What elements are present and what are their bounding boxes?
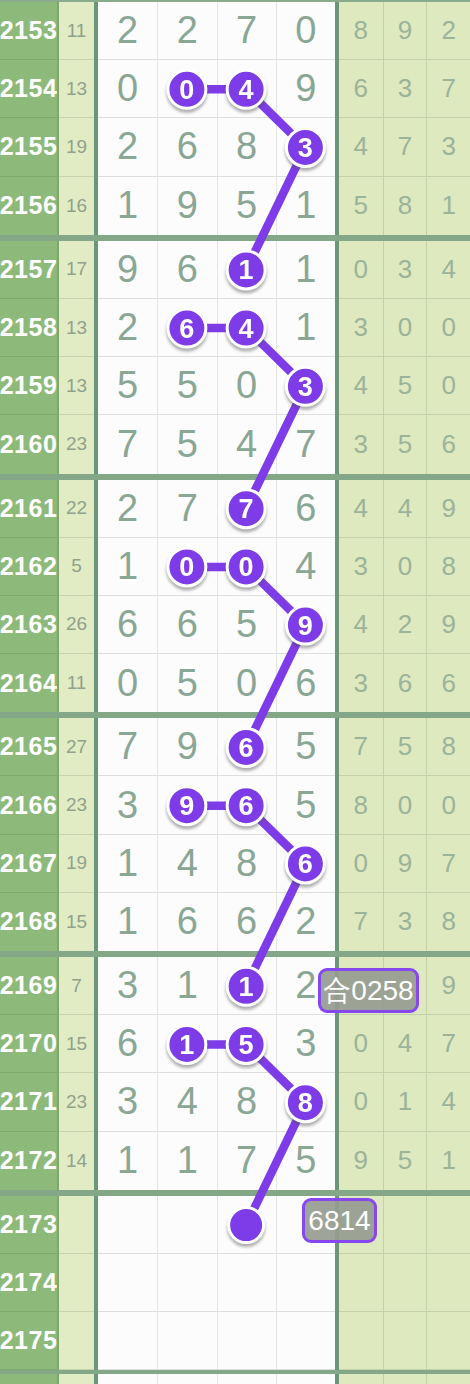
trend-chart: 2153112270892215413004963721551926834732…: [0, 0, 470, 1384]
sum-cell: 15: [59, 893, 94, 951]
right-digit-cell: 3: [383, 60, 427, 118]
digit-cell: 6: [157, 893, 216, 951]
digit-cell: 0: [276, 2, 335, 60]
digit-cell: 0: [217, 538, 276, 596]
right-digit-cell: 4: [339, 357, 383, 415]
digit-cell: 8: [217, 1073, 276, 1131]
right-digit-cell: 5: [383, 718, 427, 776]
digit-cell: 0: [98, 654, 157, 712]
period-cell: 2174: [0, 1254, 59, 1312]
digit-cell: 0: [157, 60, 216, 118]
chart-row-2153: 2153112270892: [0, 2, 470, 60]
digit-cell: 1: [217, 957, 276, 1015]
right-digit-cell: 1: [383, 1073, 427, 1131]
sum-cell: 11: [59, 654, 94, 712]
chart-row-2166: 2166233965800: [0, 776, 470, 834]
right-digit-cell: 8: [426, 718, 470, 776]
right-digit-cell: [426, 1374, 470, 1384]
sum-cell: 5: [59, 538, 94, 596]
digit-cell: [157, 1312, 216, 1370]
right-digit-cell: [383, 1254, 427, 1312]
digit-cell: [98, 1196, 157, 1254]
sum-cell: 19: [59, 118, 94, 176]
digit-cell: 5: [98, 357, 157, 415]
digit-cell: 5: [276, 718, 335, 776]
right-digit-cell: 6: [426, 415, 470, 473]
digit-cell: 0: [98, 60, 157, 118]
digit-cell: 9: [157, 177, 216, 235]
right-digit-cell: 8: [339, 2, 383, 60]
digit-cell: 1: [276, 241, 335, 299]
sum-cell: [59, 1312, 94, 1370]
right-digit-cell: 8: [426, 538, 470, 596]
right-digit-cell: 3: [339, 415, 383, 473]
right-digit-cell: 9: [339, 1132, 383, 1190]
digit-cell: 5: [276, 776, 335, 834]
period-cell: 2171: [0, 1073, 59, 1131]
digit-cell: 1: [98, 538, 157, 596]
digit-cell: 3: [276, 1015, 335, 1073]
right-digit-cell: 0: [426, 299, 470, 357]
digit-cell: 7: [217, 480, 276, 538]
right-digit-cell: 9: [426, 480, 470, 538]
sum-cell: 13: [59, 60, 94, 118]
period-cell: [0, 1374, 59, 1384]
right-digit-cell: [426, 1312, 470, 1370]
right-digit-cell: [339, 1312, 383, 1370]
right-digit-cell: 2: [426, 2, 470, 60]
period-cell: 2158: [0, 299, 59, 357]
right-digit-cell: 3: [383, 893, 427, 951]
period-cell: 2172: [0, 1132, 59, 1190]
digit-cell: 3: [98, 776, 157, 834]
right-digit-cell: 1: [426, 177, 470, 235]
period-cell: 2161: [0, 480, 59, 538]
digit-cell: 1: [157, 1132, 216, 1190]
right-digit-cell: 9: [426, 596, 470, 654]
sum-cell: 15: [59, 1015, 94, 1073]
right-digit-cell: 0: [339, 835, 383, 893]
right-digit-cell: 4: [339, 480, 383, 538]
digit-cell: [217, 1312, 276, 1370]
chart-row-2159: 2159135503450: [0, 357, 470, 415]
digit-cell: 9: [276, 596, 335, 654]
chart-row-2167: 2167191486097: [0, 835, 470, 893]
chart-row-2161: 2161222776449: [0, 480, 470, 538]
sum-cell: 26: [59, 596, 94, 654]
chart-row-2160: 2160237547356: [0, 415, 470, 473]
digit-cell: 4: [157, 1073, 216, 1131]
digit-cell: 5: [157, 357, 216, 415]
digit-cell: 4: [217, 60, 276, 118]
digit-cell: [98, 1254, 157, 1312]
right-digit-cell: [383, 1196, 427, 1254]
digit-cell: [98, 1312, 157, 1370]
right-digit-cell: 3: [339, 299, 383, 357]
period-cell: 2175: [0, 1312, 59, 1370]
digit-cell: 1: [276, 177, 335, 235]
right-digit-cell: 4: [383, 480, 427, 538]
digit-cell: 2: [98, 480, 157, 538]
right-digit-cell: 7: [426, 1015, 470, 1073]
right-digit-cell: 4: [426, 1073, 470, 1131]
right-digit-cell: 3: [339, 654, 383, 712]
right-digit-cell: 3: [339, 538, 383, 596]
right-digit-cell: 7: [383, 118, 427, 176]
digit-cell: [217, 1196, 276, 1254]
digit-cell: 8: [217, 835, 276, 893]
right-digit-cell: 3: [426, 118, 470, 176]
right-digit-cell: 4: [339, 118, 383, 176]
digit-cell: 4: [217, 415, 276, 473]
digit-cell: 7: [276, 415, 335, 473]
right-digit-cell: 0: [339, 1015, 383, 1073]
right-digit-cell: 7: [426, 835, 470, 893]
digit-cell: 1: [98, 177, 157, 235]
digit-cell: 6: [217, 893, 276, 951]
digit-cell: 3: [98, 1073, 157, 1131]
chart-row-2171: 2171233488014: [0, 1073, 470, 1131]
digit-cell: 4: [217, 299, 276, 357]
digit-cell: 1: [217, 241, 276, 299]
digit-cell: [276, 1312, 335, 1370]
right-digit-cell: 9: [426, 957, 470, 1015]
right-digit-cell: 5: [383, 415, 427, 473]
period-cell: 2164: [0, 654, 59, 712]
period-cell: 2156: [0, 177, 59, 235]
digit-cell: 9: [98, 241, 157, 299]
right-digit-cell: 4: [426, 241, 470, 299]
digit-cell: 8: [217, 118, 276, 176]
period-cell: 2153: [0, 2, 59, 60]
digit-cell: 6: [98, 596, 157, 654]
sum-cell: 17: [59, 241, 94, 299]
digit-cell: 5: [217, 1015, 276, 1073]
right-digit-cell: 7: [426, 60, 470, 118]
sum-cell: [59, 1374, 94, 1384]
digit-cell: 4: [276, 538, 335, 596]
digit-cell: 6: [276, 654, 335, 712]
period-cell: 2163: [0, 596, 59, 654]
digit-cell: 7: [98, 718, 157, 776]
period-cell: 2154: [0, 60, 59, 118]
right-digit-cell: 5: [339, 177, 383, 235]
period-cell: 2166: [0, 776, 59, 834]
digit-cell: 1: [276, 299, 335, 357]
sum-cell: [59, 1196, 94, 1254]
digit-cell: 2: [98, 299, 157, 357]
chart-row-2164: 2164110506366: [0, 654, 470, 712]
right-digit-cell: 0: [426, 357, 470, 415]
period-cell: 2168: [0, 893, 59, 951]
digit-cell: 2: [98, 118, 157, 176]
chart-row-2170: 2170156153047: [0, 1015, 470, 1073]
digit-cell: 0: [157, 538, 216, 596]
chart-row-2174: 2174: [0, 1254, 470, 1312]
period-cell: 2167: [0, 835, 59, 893]
digit-cell: 6: [157, 118, 216, 176]
digit-cell: 5: [217, 177, 276, 235]
sum-hint-box: 合0258: [318, 968, 419, 1013]
digit-cell: 6: [276, 835, 335, 893]
digit-cell: 1: [98, 893, 157, 951]
digit-cell: 1: [157, 957, 216, 1015]
chart-row-2165: 2165277965758: [0, 718, 470, 776]
right-digit-cell: 4: [339, 596, 383, 654]
digit-cell: 3: [98, 957, 157, 1015]
chart-row-2172: 2172141175951: [0, 1132, 470, 1190]
sum-cell: 16: [59, 177, 94, 235]
digit-cell: 9: [157, 776, 216, 834]
right-digit-cell: 0: [383, 776, 427, 834]
right-digit-cell: 6: [426, 654, 470, 712]
right-digit-cell: 2: [383, 596, 427, 654]
right-digit-cell: [426, 1196, 470, 1254]
right-digit-cell: [383, 1312, 427, 1370]
sum-cell: 19: [59, 835, 94, 893]
digit-cell: 6: [217, 776, 276, 834]
right-digit-cell: 7: [339, 718, 383, 776]
digit-cell: 9: [276, 60, 335, 118]
sum-cell: 11: [59, 2, 94, 60]
right-digit-cell: 0: [383, 299, 427, 357]
chart-row-2156: 2156161951581: [0, 177, 470, 235]
period-cell: 2162: [0, 538, 59, 596]
sum-cell: 23: [59, 776, 94, 834]
next-draw-hint-box: 6814: [302, 1198, 377, 1243]
chart-row-2175: 2175: [0, 1312, 470, 1370]
right-digit-cell: 3: [383, 241, 427, 299]
digit-cell: [98, 1374, 157, 1384]
digit-cell: 1: [98, 1132, 157, 1190]
digit-cell: [276, 1374, 335, 1384]
digit-cell: 5: [217, 596, 276, 654]
digit-cell: 9: [157, 718, 216, 776]
right-digit-cell: 6: [383, 654, 427, 712]
right-digit-cell: 1: [426, 1132, 470, 1190]
digit-cell: [157, 1374, 216, 1384]
right-digit-cell: [383, 1374, 427, 1384]
digit-cell: 0: [217, 654, 276, 712]
digit-cell: [217, 1374, 276, 1384]
right-digit-cell: 4: [383, 1015, 427, 1073]
right-digit-cell: 0: [383, 538, 427, 596]
right-digit-cell: 5: [383, 1132, 427, 1190]
sum-cell: [59, 1254, 94, 1312]
digit-cell: 5: [157, 654, 216, 712]
digit-cell: 2: [276, 893, 335, 951]
digit-cell: 2: [157, 2, 216, 60]
period-cell: 2169: [0, 957, 59, 1015]
period-cell: 2157: [0, 241, 59, 299]
sum-cell: 13: [59, 299, 94, 357]
chart-row-2157: 2157179611034: [0, 241, 470, 299]
period-cell: 2159: [0, 357, 59, 415]
digit-cell: [157, 1196, 216, 1254]
digit-cell: 6: [217, 718, 276, 776]
right-digit-cell: [339, 1374, 383, 1384]
digit-cell: 4: [157, 835, 216, 893]
chart-row-2168: 2168151662738: [0, 893, 470, 951]
digit-cell: [157, 1254, 216, 1312]
digit-cell: 2: [98, 2, 157, 60]
right-digit-cell: 0: [426, 776, 470, 834]
sum-cell: 13: [59, 357, 94, 415]
digit-cell: 3: [276, 357, 335, 415]
digit-cell: 7: [217, 1132, 276, 1190]
digit-cell: 1: [98, 835, 157, 893]
digit-cell: 5: [276, 1132, 335, 1190]
digit-cell: 5: [157, 415, 216, 473]
period-cell: 2170: [0, 1015, 59, 1073]
right-digit-cell: 6: [339, 60, 383, 118]
chart-rows: 2153112270892215413004963721551926834732…: [0, 2, 470, 1384]
digit-cell: 1: [157, 1015, 216, 1073]
digit-cell: 3: [276, 118, 335, 176]
right-digit-cell: 8: [383, 177, 427, 235]
right-digit-cell: 0: [339, 241, 383, 299]
digit-cell: 0: [217, 357, 276, 415]
sum-cell: 27: [59, 718, 94, 776]
sum-cell: 14: [59, 1132, 94, 1190]
right-digit-cell: 9: [383, 2, 427, 60]
right-digit-cell: 7: [339, 893, 383, 951]
chart-row-2158: 2158132641300: [0, 299, 470, 357]
partial-row: [0, 1374, 470, 1384]
right-digit-cell: [426, 1254, 470, 1312]
digit-cell: 7: [157, 480, 216, 538]
chart-row-2173: 2173: [0, 1196, 470, 1254]
digit-cell: 7: [217, 2, 276, 60]
period-cell: 2173: [0, 1196, 59, 1254]
period-cell: 2165: [0, 718, 59, 776]
sum-cell: 23: [59, 415, 94, 473]
chart-row-2155: 2155192683473: [0, 118, 470, 176]
digit-cell: 6: [98, 1015, 157, 1073]
digit-cell: 7: [98, 415, 157, 473]
digit-cell: 6: [157, 241, 216, 299]
right-digit-cell: 5: [383, 357, 427, 415]
digit-cell: [217, 1254, 276, 1312]
period-cell: 2155: [0, 118, 59, 176]
period-cell: 2160: [0, 415, 59, 473]
sum-cell: 23: [59, 1073, 94, 1131]
right-digit-cell: 8: [339, 776, 383, 834]
digit-cell: [276, 1254, 335, 1312]
chart-row-2154: 2154130049637: [0, 60, 470, 118]
right-digit-cell: 9: [383, 835, 427, 893]
chart-row-2162: 216251004308: [0, 538, 470, 596]
right-digit-cell: [339, 1254, 383, 1312]
chart-row-2163: 2163266659429: [0, 596, 470, 654]
digit-cell: 6: [157, 596, 216, 654]
right-digit-cell: 0: [339, 1073, 383, 1131]
sum-cell: 22: [59, 480, 94, 538]
digit-cell: 6: [157, 299, 216, 357]
digit-cell: 8: [276, 1073, 335, 1131]
sum-cell: 7: [59, 957, 94, 1015]
digit-cell: 6: [276, 480, 335, 538]
right-digit-cell: 8: [426, 893, 470, 951]
